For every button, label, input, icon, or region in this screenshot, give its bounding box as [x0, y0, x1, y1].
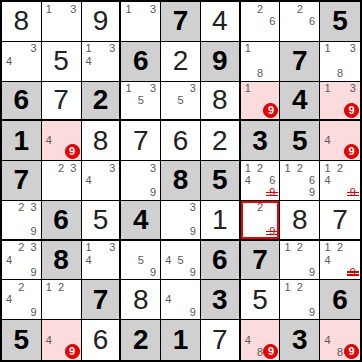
empty-candidate-slot	[3, 266, 15, 278]
cell-r5c9[interactable]: 1249	[320, 161, 360, 201]
cell-r9c6[interactable]: 7	[201, 320, 241, 360]
cell-r5c1[interactable]: 7	[2, 161, 42, 201]
empty-candidate-slot	[242, 321, 254, 334]
candidate-grid: 39	[162, 202, 199, 238]
eliminated-candidate-9: 9	[269, 226, 275, 237]
empty-candidate-slot	[174, 83, 186, 95]
empty-candidate-slot	[281, 187, 293, 199]
cell-r1c2[interactable]: 13	[42, 2, 82, 42]
empty-candidate-slot	[346, 122, 359, 134]
empty-candidate-slot	[55, 306, 67, 318]
cell-r7c5[interactable]: 459	[161, 241, 201, 281]
cell-r1c4[interactable]: 13	[121, 2, 161, 42]
cell-r3c6[interactable]: 8	[201, 82, 241, 122]
empty-candidate-slot	[28, 214, 40, 226]
empty-candidate-slot	[135, 162, 147, 174]
cell-r8c9[interactable]: 6	[320, 280, 360, 320]
empty-candidate-slot	[106, 254, 118, 266]
solved-digit: 2	[201, 121, 239, 160]
cell-r5c7[interactable]: 12469	[241, 161, 281, 201]
empty-candidate-slot	[321, 67, 334, 79]
empty-candidate-slot	[306, 3, 318, 15]
candidate-6: 6	[266, 174, 278, 186]
empty-candidate-slot	[3, 202, 15, 214]
empty-candidate-slot	[67, 122, 79, 134]
candidate-grid: 1269	[281, 162, 318, 199]
candidate-3: 3	[28, 202, 40, 214]
empty-candidate-slot	[321, 346, 334, 359]
empty-candidate-slot	[106, 187, 118, 199]
candidate-5: 5	[174, 254, 186, 266]
solved-digit: 7	[121, 121, 160, 160]
candidate-9: 9	[28, 266, 40, 278]
candidate-9: 9	[28, 226, 40, 238]
candidate-grid: 35	[162, 83, 199, 119]
empty-candidate-slot	[242, 67, 254, 79]
cell-r4c6[interactable]: 2	[201, 121, 241, 161]
cell-r6c3[interactable]: 5	[82, 201, 122, 241]
empty-candidate-slot	[334, 94, 347, 106]
empty-candidate-slot	[294, 187, 306, 199]
candidate-3: 3	[106, 43, 118, 55]
cell-r6c8[interactable]: 8	[280, 201, 320, 241]
empty-candidate-slot	[162, 306, 174, 318]
candidate-6: 6	[266, 15, 278, 27]
candidate-3: 3	[187, 83, 199, 95]
cell-r1c3[interactable]: 9	[82, 2, 122, 42]
empty-candidate-slot	[294, 294, 306, 306]
cell-r3c3[interactable]: 2	[82, 82, 122, 122]
candidate-1: 1	[281, 281, 293, 293]
empty-candidate-slot	[281, 174, 293, 186]
empty-candidate-slot	[94, 55, 106, 67]
empty-candidate-slot	[28, 67, 40, 79]
cell-r2c8[interactable]: 7	[280, 42, 320, 82]
empty-candidate-slot	[28, 294, 40, 306]
candidate-grid: 26	[242, 3, 279, 40]
empty-candidate-slot	[187, 242, 199, 254]
candidate-9: 9	[187, 266, 199, 278]
given-digit: 4	[280, 82, 319, 120]
empty-candidate-slot	[15, 294, 27, 306]
empty-candidate-slot	[187, 106, 199, 118]
solved-digit: 2	[161, 42, 200, 81]
empty-candidate-slot	[306, 294, 318, 306]
empty-candidate-slot	[187, 281, 199, 293]
empty-candidate-slot	[94, 187, 106, 199]
empty-candidate-slot	[266, 214, 278, 226]
empty-candidate-slot	[83, 162, 95, 174]
candidate-grid: 2349	[3, 242, 40, 279]
empty-candidate-slot	[254, 55, 266, 67]
candidate-4: 4	[3, 254, 15, 266]
cell-r2c9[interactable]: 138	[320, 42, 360, 82]
cell-r7c8[interactable]: 129	[280, 241, 320, 281]
empty-candidate-slot	[43, 294, 55, 306]
candidate-3: 3	[187, 202, 199, 214]
empty-candidate-slot	[15, 226, 27, 238]
empty-candidate-slot	[135, 15, 147, 27]
cell-r2c4[interactable]: 6	[121, 42, 161, 82]
empty-candidate-slot	[55, 321, 67, 334]
cell-r5c8[interactable]: 1269	[280, 161, 320, 201]
cell-r1c1[interactable]: 8	[2, 2, 42, 42]
empty-candidate-slot	[135, 266, 147, 278]
candidate-1: 1	[321, 242, 334, 254]
empty-candidate-slot	[254, 187, 266, 199]
empty-candidate-slot	[242, 187, 254, 199]
candidate-4: 4	[43, 334, 55, 347]
given-digit: 8	[42, 241, 81, 280]
candidate-3: 3	[67, 162, 79, 174]
empty-candidate-slot	[94, 266, 106, 278]
cell-r8c5[interactable]: 49	[161, 280, 201, 320]
cell-r2c5[interactable]: 2	[161, 42, 201, 82]
empty-candidate-slot	[306, 281, 318, 293]
empty-candidate-slot	[254, 334, 266, 347]
candidate-4: 4	[162, 294, 174, 306]
cell-r6c2[interactable]: 6	[42, 201, 82, 241]
candidate-1: 1	[122, 3, 134, 15]
empty-candidate-slot	[242, 226, 254, 238]
cell-r9c7[interactable]: 489	[241, 320, 281, 360]
empty-candidate-slot	[334, 174, 347, 186]
cell-r6c5[interactable]: 39	[161, 201, 201, 241]
empty-candidate-slot	[174, 266, 186, 278]
cell-r8c3[interactable]: 7	[82, 280, 122, 320]
empty-candidate-slot	[122, 106, 134, 118]
cell-r8c6[interactable]: 3	[201, 280, 241, 320]
empty-candidate-slot	[281, 28, 293, 40]
empty-candidate-slot	[43, 306, 55, 318]
cell-r5c5[interactable]: 8	[161, 161, 201, 201]
empty-candidate-slot	[94, 43, 106, 55]
candidate-grid: 18	[242, 43, 279, 80]
candidate-grid: 459	[162, 242, 199, 279]
cell-r2c2[interactable]: 5	[42, 42, 82, 82]
empty-candidate-slot	[306, 162, 318, 174]
empty-candidate-slot	[162, 214, 174, 226]
empty-candidate-slot	[162, 106, 174, 118]
candidate-4: 4	[242, 174, 254, 186]
empty-candidate-slot	[266, 3, 278, 15]
empty-candidate-slot	[162, 281, 174, 293]
empty-candidate-slot	[334, 266, 347, 278]
solved-digit: 8	[82, 121, 120, 160]
empty-candidate-slot	[294, 254, 306, 266]
empty-candidate-slot	[174, 214, 186, 226]
empty-candidate-slot	[174, 202, 186, 214]
cell-r2c1[interactable]: 34	[2, 42, 42, 82]
candidate-6: 6	[306, 174, 318, 186]
empty-candidate-slot	[281, 3, 293, 15]
cell-r3c8[interactable]: 4	[280, 82, 320, 122]
empty-candidate-slot	[55, 187, 67, 199]
candidate-grid: 12469	[242, 162, 279, 199]
empty-candidate-slot	[83, 67, 95, 79]
candidate-2: 2	[294, 281, 306, 293]
cell-r7c3[interactable]: 134	[82, 241, 122, 281]
candidate-4: 4	[242, 334, 254, 347]
cell-r3c4[interactable]: 135	[121, 82, 161, 122]
empty-candidate-slot	[122, 266, 134, 278]
cell-r7c9[interactable]: 1249	[320, 241, 360, 281]
cell-r6c6[interactable]: 1	[201, 201, 241, 241]
solved-digit: 7	[320, 201, 360, 239]
candidate-grid: 129	[281, 281, 318, 318]
empty-candidate-slot	[162, 83, 174, 95]
cell-r4c4[interactable]: 7	[121, 121, 161, 161]
empty-candidate-slot	[28, 281, 40, 293]
empty-candidate-slot	[242, 15, 254, 27]
cell-r4c2[interactable]: 49	[42, 121, 82, 161]
empty-candidate-slot	[174, 281, 186, 293]
candidate-2: 2	[334, 242, 347, 254]
cell-r2c3[interactable]: 134	[82, 42, 122, 82]
empty-candidate-slot	[83, 187, 95, 199]
candidate-grid: 34	[3, 43, 40, 80]
given-digit: 6	[121, 42, 160, 81]
candidate-grid: 49	[162, 281, 199, 318]
cell-r7c2[interactable]: 8	[42, 241, 82, 281]
cell-r2c7[interactable]: 18	[241, 42, 281, 82]
empty-candidate-slot	[321, 187, 334, 199]
cell-r3c1[interactable]: 6	[2, 82, 42, 122]
solved-digit: 7	[42, 82, 81, 120]
cell-r1c7[interactable]: 26	[241, 2, 281, 42]
cell-r7c1[interactable]: 2349	[2, 241, 42, 281]
cell-r1c9[interactable]: 5	[320, 2, 360, 42]
cell-r5c4[interactable]: 39	[121, 161, 161, 201]
empty-candidate-slot	[15, 43, 27, 55]
candidate-6: 6	[306, 15, 318, 27]
candidate-1: 1	[281, 242, 293, 254]
cell-r7c6[interactable]: 6	[201, 241, 241, 281]
cell-r9c2[interactable]: 49	[42, 320, 82, 360]
empty-candidate-slot	[122, 28, 134, 40]
empty-candidate-slot	[242, 202, 254, 214]
candidate-grid: 138	[321, 43, 359, 80]
empty-candidate-slot	[266, 83, 278, 95]
empty-candidate-slot	[3, 242, 15, 254]
empty-candidate-slot	[67, 321, 79, 334]
cell-r5c2[interactable]: 23	[42, 161, 82, 201]
candidate-4: 4	[3, 294, 15, 306]
given-digit: 2	[82, 82, 120, 120]
candidate-grid: 1249	[321, 242, 359, 279]
cell-r1c5[interactable]: 7	[161, 2, 201, 42]
given-digit: 6	[201, 241, 239, 280]
candidate-5: 5	[135, 254, 147, 266]
candidate-grid: 39	[122, 162, 159, 199]
candidate-1: 1	[321, 43, 334, 55]
eliminated-candidate-9: 9	[269, 187, 275, 198]
candidate-grid: 129	[281, 242, 318, 279]
empty-candidate-slot	[242, 55, 254, 67]
empty-candidate-slot	[147, 28, 159, 40]
cell-r6c4[interactable]: 4	[121, 201, 161, 241]
candidate-4: 4	[321, 334, 334, 347]
candidate-2: 2	[15, 281, 27, 293]
candidate-8: 8	[254, 67, 266, 79]
solved-digit: 4	[201, 2, 239, 41]
candidate-grid: 59	[122, 242, 159, 279]
sudoku-board: 8139137426265345134629187138672135358194…	[0, 0, 362, 362]
empty-candidate-slot	[122, 242, 134, 254]
empty-candidate-slot	[294, 174, 306, 186]
candidate-8: 8	[334, 67, 347, 79]
candidate-grid: 23	[43, 162, 80, 199]
cell-r8c4[interactable]: 8	[121, 280, 161, 320]
empty-candidate-slot	[43, 162, 55, 174]
empty-candidate-slot	[187, 214, 199, 226]
given-digit: 7	[280, 42, 319, 81]
empty-candidate-slot	[254, 83, 266, 95]
empty-candidate-slot	[94, 254, 106, 266]
cell-r5c6[interactable]: 5	[201, 161, 241, 201]
cell-r4c3[interactable]: 8	[82, 121, 122, 161]
empty-candidate-slot	[147, 174, 159, 186]
candidate-4: 4	[321, 135, 334, 147]
candidate-1: 1	[83, 43, 95, 55]
empty-candidate-slot	[281, 254, 293, 266]
empty-candidate-slot	[174, 226, 186, 238]
empty-candidate-slot	[106, 266, 118, 278]
empty-candidate-slot	[135, 242, 147, 254]
empty-candidate-slot	[67, 28, 79, 40]
solved-digit: 8	[280, 201, 319, 239]
empty-candidate-slot	[321, 147, 334, 159]
cell-r5c3[interactable]: 34	[82, 161, 122, 201]
candidate-1: 1	[281, 162, 293, 174]
empty-candidate-slot	[147, 15, 159, 27]
empty-candidate-slot	[55, 334, 67, 347]
cell-r9c9[interactable]: 489	[320, 320, 360, 360]
empty-candidate-slot	[67, 306, 79, 318]
empty-candidate-slot	[43, 346, 55, 359]
candidate-2: 2	[254, 202, 266, 214]
cell-r6c9[interactable]: 7	[320, 201, 360, 241]
cell-r8c1[interactable]: 249	[2, 280, 42, 320]
cell-r2c6[interactable]: 9	[201, 42, 241, 82]
cell-r9c3[interactable]: 6	[82, 320, 122, 360]
candidate-4: 4	[321, 254, 334, 266]
cell-r6c7[interactable]: 29	[241, 201, 281, 241]
cell-r9c5[interactable]: 1	[161, 320, 201, 360]
cell-r9c8[interactable]: 3	[280, 320, 320, 360]
empty-candidate-slot	[281, 306, 293, 318]
empty-candidate-slot	[28, 254, 40, 266]
empty-candidate-slot	[55, 294, 67, 306]
candidate-3: 3	[67, 3, 79, 15]
cell-r7c7[interactable]: 7	[241, 241, 281, 281]
empty-candidate-slot	[94, 242, 106, 254]
cell-r1c6[interactable]: 4	[201, 2, 241, 42]
cell-r1c8[interactable]: 26	[280, 2, 320, 42]
candidate-grid: 1249	[321, 162, 359, 199]
given-digit: 3	[201, 280, 239, 319]
candidate-grid: 34	[83, 162, 119, 199]
empty-candidate-slot	[254, 174, 266, 186]
cell-r4c8[interactable]: 5	[280, 121, 320, 161]
empty-candidate-slot	[334, 334, 347, 347]
candidate-1: 1	[242, 43, 254, 55]
empty-candidate-slot	[43, 321, 55, 334]
empty-candidate-slot	[135, 187, 147, 199]
empty-candidate-slot	[266, 55, 278, 67]
empty-candidate-slot	[174, 294, 186, 306]
cell-r9c1[interactable]: 5	[2, 320, 42, 360]
given-digit: 7	[2, 161, 41, 200]
cell-r8c2[interactable]: 12	[42, 280, 82, 320]
empty-candidate-slot	[187, 294, 199, 306]
candidate-3: 3	[346, 43, 359, 55]
candidate-2: 2	[15, 202, 27, 214]
candidate-4: 4	[83, 254, 95, 266]
given-digit: 7	[82, 280, 120, 319]
empty-candidate-slot	[334, 122, 347, 134]
given-digit: 7	[241, 241, 280, 280]
candidate-grid: 134	[83, 242, 119, 279]
empty-candidate-slot	[266, 67, 278, 79]
empty-candidate-slot	[43, 174, 55, 186]
empty-candidate-slot	[135, 3, 147, 15]
candidate-1: 1	[43, 281, 55, 293]
empty-candidate-slot	[162, 94, 174, 106]
empty-candidate-slot	[266, 28, 278, 40]
candidate-3: 3	[147, 3, 159, 15]
candidate-1: 1	[242, 162, 254, 174]
candidate-1: 1	[321, 83, 334, 95]
cell-r6c1[interactable]: 239	[2, 201, 42, 241]
empty-candidate-slot	[106, 174, 118, 186]
empty-candidate-slot	[242, 3, 254, 15]
empty-candidate-slot	[346, 162, 359, 174]
solved-digit: 8	[2, 2, 41, 41]
cell-r3c7[interactable]: 19	[241, 82, 281, 122]
cell-r3c5[interactable]: 35	[161, 82, 201, 122]
solved-digit: 5	[241, 280, 280, 319]
circled-candidate-9: 9	[344, 344, 359, 359]
empty-candidate-slot	[334, 43, 347, 55]
cell-r4c9[interactable]: 49	[320, 121, 360, 161]
candidate-9: 9	[187, 226, 199, 238]
candidate-grid: 26	[281, 3, 318, 40]
cell-r9c4[interactable]: 2	[121, 320, 161, 360]
empty-candidate-slot	[266, 202, 278, 214]
candidate-1: 1	[321, 162, 334, 174]
cell-r8c7[interactable]: 5	[241, 280, 281, 320]
empty-candidate-slot	[94, 67, 106, 79]
cell-r7c4[interactable]: 59	[121, 241, 161, 281]
empty-candidate-slot	[306, 28, 318, 40]
cell-r4c1[interactable]: 1	[2, 121, 42, 161]
empty-candidate-slot	[122, 162, 134, 174]
empty-candidate-slot	[242, 94, 254, 106]
empty-candidate-slot	[242, 28, 254, 40]
cell-r8c8[interactable]: 129	[280, 280, 320, 320]
empty-candidate-slot	[122, 94, 134, 106]
empty-candidate-slot	[147, 106, 159, 118]
empty-candidate-slot	[266, 162, 278, 174]
empty-candidate-slot	[254, 321, 266, 334]
cell-r3c9[interactable]: 139	[320, 82, 360, 122]
cell-r4c5[interactable]: 6	[161, 121, 201, 161]
cell-r4c7[interactable]: 3	[241, 121, 281, 161]
candidate-3: 3	[346, 83, 359, 95]
empty-candidate-slot	[122, 254, 134, 266]
cell-r3c2[interactable]: 7	[42, 82, 82, 122]
